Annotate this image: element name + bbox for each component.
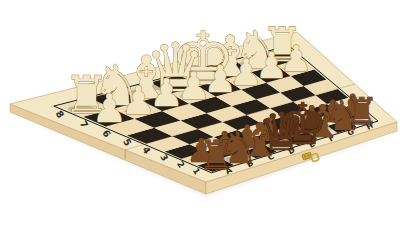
svg-text:♟: ♟ [92, 85, 127, 131]
chess-set-photo: ABCDEFGH12345678♜♞♟♝♟♚♟♛♟♝♟♞♟♜♟♟♟♟♜♟♞♟♝♟… [0, 0, 406, 228]
svg-text:♜: ♜ [198, 132, 234, 178]
chessboard: ABCDEFGH12345678♜♞♟♝♟♚♟♛♟♝♟♞♟♜♟♟♟♟♜♟♞♟♝♟… [0, 0, 406, 228]
piece-dark-rook-a1: ♜ [198, 132, 234, 178]
piece-light-pawn-a7: ♟ [92, 85, 127, 131]
